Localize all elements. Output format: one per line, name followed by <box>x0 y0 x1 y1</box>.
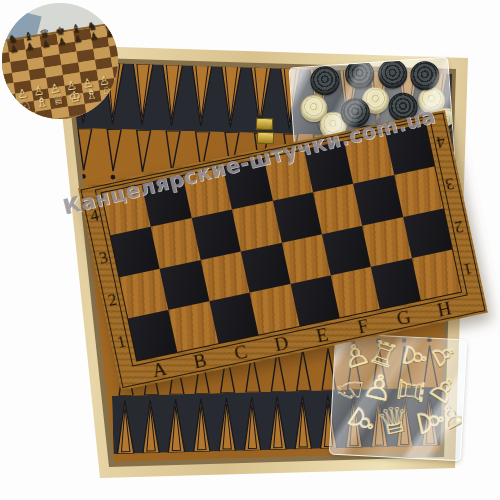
inset-square <box>2 114 20 119</box>
checker-dark <box>377 58 408 89</box>
brass-hinge-top <box>256 118 273 131</box>
inset-square <box>18 111 36 119</box>
backgammon-thin-point <box>106 129 121 171</box>
product-photo-scene: ♙♖♙♙♘♙♖♙♙♕♙♙ ABCDEFGH 4321 4321 ♜♞♝♛♚♝♞♜… <box>0 0 500 500</box>
photo-inset-assembled-board: ♜♞♝♛♚♝♞♜♟♟♟♟♟♟♟♟♙♙♙♙♙♙♙♙♖♘♗♕♔♗♘♖ D E <box>2 3 118 119</box>
backgammon-point-dot <box>110 175 115 180</box>
checker-dark <box>344 59 375 90</box>
brass-hinge-bottom <box>257 132 274 145</box>
bagged-chess-piece: ♕ <box>374 400 413 442</box>
board-square-h1 <box>412 250 461 300</box>
checker-dark <box>310 65 341 96</box>
chess-pieces-bag: ♙♖♙♙♘♙♖♙♙♕♙♙ <box>329 333 467 462</box>
inset-square <box>51 106 69 119</box>
backgammon-thin-point <box>136 130 151 172</box>
inset-square <box>111 54 118 67</box>
inset-square <box>2 104 18 117</box>
